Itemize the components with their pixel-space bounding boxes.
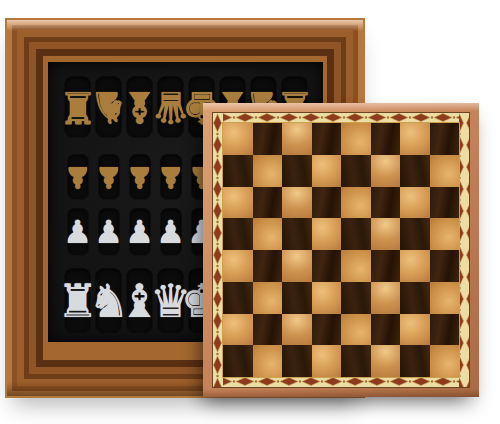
slot-brass-pawn: ♟ [98,154,120,200]
board-square [223,123,253,155]
board-square [282,250,312,282]
slot-brass-queen: ♛ [157,76,184,138]
slot-brass-pawn: ♟ [129,154,151,200]
board-square [253,282,283,314]
board-square [223,345,253,377]
board-square [282,282,312,314]
brass-pawn-piece: ♟ [126,162,153,192]
board-square [371,314,401,346]
board-square [430,282,460,314]
board-square [253,218,283,250]
board-square [371,155,401,187]
product-photo: ♜♞♝♛♚♝♞♜♟♟♟♟♟♟♟♟♟♟♟♟♟♟♟♟♜♞♝♛♚♝♞♜ [0,0,500,424]
board-square [312,187,342,219]
board-square [312,218,342,250]
board-square [400,314,430,346]
board-square [371,345,401,377]
board-square [253,187,283,219]
slot-brass-knight: ♞ [95,76,122,138]
board-square [430,314,460,346]
board-square [282,218,312,250]
board-square [430,345,460,377]
board-square [282,155,312,187]
board-square [282,314,312,346]
board-square [430,155,460,187]
board-square [430,250,460,282]
board-square [341,314,371,346]
board-square [400,155,430,187]
board-square [312,123,342,155]
board-square [341,250,371,282]
board-squares [223,123,459,377]
board-square [341,123,371,155]
board-square [430,187,460,219]
chess-board [203,103,479,397]
board-square [371,250,401,282]
board-square [400,187,430,219]
slot-brass-pawn: ♟ [67,154,89,200]
board-square [312,282,342,314]
board-square [223,314,253,346]
slot-brass-rook: ♜ [64,76,91,138]
board-square [400,345,430,377]
board-square [223,250,253,282]
board-square [400,218,430,250]
board-square [253,250,283,282]
board-square [341,187,371,219]
board-square [223,155,253,187]
board-square [400,282,430,314]
board-square [253,345,283,377]
board-square [223,282,253,314]
board-square [371,187,401,219]
slot-brass-pawn: ♟ [160,154,182,200]
silver-pawn-piece: ♟ [63,216,92,248]
slot-silver-pawn: ♟ [98,208,120,256]
board-square [341,218,371,250]
board-square [400,123,430,155]
board-square [341,282,371,314]
silver-pawn-piece: ♟ [94,216,123,248]
board-square [371,218,401,250]
brass-pawn-piece: ♟ [64,162,91,192]
board-square [371,123,401,155]
board-square [430,123,460,155]
board-square [282,187,312,219]
brass-pawn-piece: ♟ [157,162,184,192]
board-square [223,187,253,219]
board-square [253,123,283,155]
board-square [223,218,253,250]
board-square [312,250,342,282]
slot-silver-pawn: ♟ [160,208,182,256]
board-square [400,250,430,282]
board-square [253,155,283,187]
slot-brass-bishop: ♝ [126,76,153,138]
slot-silver-pawn: ♟ [67,208,89,256]
board-square [312,345,342,377]
board-square [371,282,401,314]
board-square [282,345,312,377]
silver-pawn-piece: ♟ [125,216,154,248]
board-square [253,314,283,346]
board-square [341,345,371,377]
board-inner [212,112,470,388]
slot-silver-pawn: ♟ [129,208,151,256]
board-square [312,314,342,346]
brass-pawn-piece: ♟ [95,162,122,192]
board-square [430,218,460,250]
silver-pawn-piece: ♟ [156,216,185,248]
board-square [312,155,342,187]
board-square [341,155,371,187]
board-square [282,123,312,155]
